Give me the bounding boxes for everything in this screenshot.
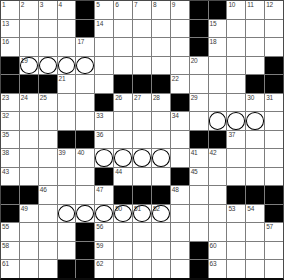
cell-r4c11[interactable] [209,75,227,93]
cell-r4c10[interactable] [190,75,208,93]
clue-number-40: 40 [77,149,84,156]
cell-r13c13[interactable] [246,242,264,260]
cell-r2c4[interactable]: 17 [76,38,94,56]
black-cell-r10c7 [133,186,151,204]
cell-r11c6[interactable]: 50 [114,205,132,223]
cell-r8c11[interactable]: 42 [209,149,227,167]
clue-number-9: 9 [172,1,175,8]
cell-r12c1[interactable] [20,223,38,241]
cell-r2c11[interactable]: 18 [209,38,227,56]
cell-r2c3[interactable] [58,38,76,56]
cell-r11c8[interactable]: 52 [152,205,170,223]
cell-r12c7[interactable] [133,223,151,241]
cell-r4c5[interactable] [95,75,113,93]
cell-r3c3[interactable] [58,57,76,75]
black-cell-r3c0 [1,57,19,75]
clue-number-31: 31 [266,94,273,101]
cell-r11c2[interactable] [39,205,57,223]
circle-marker [58,57,76,75]
clue-number-8: 8 [153,1,156,8]
cell-r3c9[interactable] [171,57,189,75]
cell-r13c0[interactable]: 58 [1,242,19,260]
cell-r5c1[interactable]: 24 [20,94,38,112]
black-cell-r11c0 [1,205,19,223]
clue-number-37: 37 [228,131,235,138]
cell-r12c8[interactable] [152,223,170,241]
cell-r6c8[interactable] [152,112,170,130]
clue-number-23: 23 [2,94,9,101]
black-cell-r4c2 [39,75,57,93]
cell-r9c4[interactable] [76,168,94,186]
cell-r12c11[interactable] [209,223,227,241]
clue-number-32: 32 [2,112,9,119]
cell-r14c6[interactable] [114,260,132,278]
cell-r5c7[interactable]: 27 [133,94,151,112]
clue-number-1: 1 [2,1,5,8]
cell-r11c10[interactable] [190,205,208,223]
cell-r1c6[interactable] [114,20,132,38]
black-cell-r7c4 [76,131,94,149]
clue-number-28: 28 [153,94,160,101]
black-cell-r9c5 [95,168,113,186]
cell-r9c6[interactable]: 44 [114,168,132,186]
cell-r5c12[interactable] [227,94,245,112]
cell-r13c8[interactable] [152,242,170,260]
clue-number-29: 29 [191,94,198,101]
cell-r9c8[interactable] [152,168,170,186]
cell-r14c12[interactable] [227,260,245,278]
clue-number-48: 48 [172,186,179,193]
cell-r1c5[interactable]: 14 [95,20,113,38]
cell-r13c1[interactable] [20,242,38,260]
clue-number-14: 14 [96,20,103,27]
clue-number-57: 57 [266,223,273,230]
black-cell-r5c9 [171,94,189,112]
black-cell-r10c8 [152,186,170,204]
circle-marker [227,112,245,130]
circle-marker [58,205,76,223]
black-cell-r10c13 [246,186,264,204]
black-cell-r13c10 [190,242,208,260]
cell-r6c11[interactable] [209,112,227,130]
clue-number-11: 11 [247,1,253,8]
clue-number-54: 54 [247,205,254,212]
black-cell-r1c10 [190,20,208,38]
cell-r0c13[interactable]: 11 [246,1,264,19]
cell-r11c7[interactable]: 51 [133,205,151,223]
cell-r14c8[interactable] [152,260,170,278]
clue-number-56: 56 [96,223,103,230]
circle-marker [95,149,113,167]
cell-r2c13[interactable] [246,38,264,56]
clue-number-21: 21 [59,75,66,82]
black-cell-r7c3 [58,131,76,149]
cell-r13c9[interactable] [171,242,189,260]
cell-r14c1[interactable] [20,260,38,278]
cell-r9c2[interactable] [39,168,57,186]
clue-number-5: 5 [96,1,99,8]
cell-r0c14[interactable]: 12 [265,1,283,19]
clue-number-4: 4 [59,1,62,8]
cell-r0c8[interactable]: 8 [152,1,170,19]
cell-r14c5[interactable]: 62 [95,260,113,278]
cell-r11c13[interactable]: 54 [246,205,264,223]
cell-r11c11[interactable] [209,205,227,223]
cell-r12c14[interactable]: 57 [265,223,283,241]
clue-number-17: 17 [77,38,84,45]
cell-r9c13[interactable] [246,168,264,186]
cell-r10c2[interactable]: 46 [39,186,57,204]
cell-r11c1[interactable]: 49 [20,205,38,223]
clue-number-41: 41 [191,149,198,156]
cell-r5c3[interactable] [58,94,76,112]
black-cell-r14c10 [190,260,208,278]
circle-marker [114,205,132,223]
clue-number-39: 39 [59,149,66,156]
circle-marker [95,205,113,223]
cell-r9c1[interactable] [20,168,38,186]
black-cell-r9c9 [171,168,189,186]
cell-r0c9[interactable]: 9 [171,1,189,19]
cell-r12c10[interactable] [190,223,208,241]
cell-r0c1[interactable]: 2 [20,1,38,19]
clue-number-30: 30 [247,94,254,101]
black-cell-r10c12 [227,186,245,204]
cell-r4c9[interactable]: 22 [171,75,189,93]
clue-number-44: 44 [115,168,122,175]
clue-number-19: 19 [21,57,28,64]
clue-number-50: 50 [115,205,122,212]
cell-r12c2[interactable] [39,223,57,241]
cell-r12c3[interactable] [58,223,76,241]
cell-r8c4[interactable]: 40 [76,149,94,167]
cell-r8c7[interactable] [133,149,151,167]
cell-r6c12[interactable] [227,112,245,130]
black-cell-r14c3 [58,260,76,278]
cell-r3c13[interactable] [246,57,264,75]
cell-r3c8[interactable] [152,57,170,75]
cell-r5c8[interactable]: 28 [152,94,170,112]
black-cell-r14c4 [76,260,94,278]
cell-r8c3[interactable]: 39 [58,149,76,167]
black-cell-r10c14 [265,186,283,204]
cell-r8c5[interactable] [95,149,113,167]
cell-r12c12[interactable] [227,223,245,241]
cell-r8c12[interactable] [227,149,245,167]
cell-r5c6[interactable]: 26 [114,94,132,112]
cell-r7c6[interactable] [114,131,132,149]
cell-r9c0[interactable]: 43 [1,168,19,186]
clue-number-16: 16 [2,38,9,45]
cell-r8c0[interactable]: 38 [1,149,19,167]
black-cell-r4c0 [1,75,19,93]
cell-r9c11[interactable] [209,168,227,186]
black-cell-r4c7 [133,75,151,93]
clue-number-2: 2 [21,1,24,8]
clue-number-3: 3 [40,1,43,8]
cell-r14c14[interactable] [265,260,283,278]
clue-number-26: 26 [115,94,122,101]
cell-r1c13[interactable] [246,20,264,38]
clue-number-27: 27 [134,94,141,101]
cell-r12c13[interactable] [246,223,264,241]
black-cell-r4c8 [152,75,170,93]
cell-r6c9[interactable]: 34 [171,112,189,130]
cell-r11c12[interactable]: 53 [227,205,245,223]
cell-r6c3[interactable] [58,112,76,130]
black-cell-r3c14 [265,57,283,75]
cell-r8c1[interactable] [20,149,38,167]
cell-r11c3[interactable] [58,205,76,223]
cell-r8c10[interactable]: 41 [190,149,208,167]
cell-r2c14[interactable] [265,38,283,56]
black-cell-r5c5 [95,94,113,112]
cell-r0c2[interactable]: 3 [39,1,57,19]
cell-r6c2[interactable] [39,112,57,130]
cell-r6c7[interactable] [133,112,151,130]
cell-r7c1[interactable] [20,131,38,149]
cell-r0c0[interactable]: 1 [1,1,19,19]
cell-r11c9[interactable] [171,205,189,223]
cell-r0c7[interactable]: 7 [133,1,151,19]
clue-number-15: 15 [210,20,217,27]
black-cell-r7c11 [209,131,227,149]
cell-r10c4[interactable] [76,186,94,204]
circle-marker [133,205,151,223]
cell-r13c5[interactable]: 59 [95,242,113,260]
circle-marker [152,205,170,223]
black-cell-r2c10 [190,38,208,56]
clue-number-20: 20 [191,57,198,64]
circle-marker [39,57,57,75]
cell-r3c5[interactable] [95,57,113,75]
black-cell-r4c1 [20,75,38,93]
clue-number-25: 25 [40,94,47,101]
circle-marker [246,112,264,130]
clue-number-12: 12 [266,1,273,8]
clue-number-47: 47 [96,186,103,193]
clue-number-61: 61 [2,260,9,267]
clue-number-36: 36 [96,131,103,138]
cell-r9c3[interactable] [58,168,76,186]
cell-r13c12[interactable] [227,242,245,260]
cell-r2c12[interactable] [227,38,245,56]
crossword-grid: 1234567891011121314151617181920212223242… [0,0,284,280]
cell-r8c8[interactable] [152,149,170,167]
cell-r10c3[interactable] [58,186,76,204]
cell-r12c6[interactable] [114,223,132,241]
cell-r14c2[interactable] [39,260,57,278]
cell-r5c4[interactable] [76,94,94,112]
clue-number-63: 63 [210,260,217,267]
cell-r6c0[interactable]: 32 [1,112,19,130]
cell-r8c9[interactable] [171,149,189,167]
cell-r12c0[interactable]: 55 [1,223,19,241]
cell-r10c9[interactable]: 48 [171,186,189,204]
cell-r6c4[interactable] [76,112,94,130]
cell-r1c2[interactable] [39,20,57,38]
cell-r2c7[interactable] [133,38,151,56]
cell-r7c7[interactable] [133,131,151,149]
cell-r3c7[interactable] [133,57,151,75]
crossword-puzzle: 1234567891011121314151617181920212223242… [0,0,284,280]
clue-number-43: 43 [2,168,9,175]
clue-number-58: 58 [2,242,9,249]
cell-r5c0[interactable]: 23 [1,94,19,112]
black-cell-r13c4 [76,242,94,260]
cell-r8c6[interactable] [114,149,132,167]
black-cell-r4c14 [265,75,283,93]
clue-number-10: 10 [228,1,235,8]
cell-r10c10[interactable] [190,186,208,204]
clue-number-45: 45 [191,168,198,175]
cell-r9c12[interactable] [227,168,245,186]
cell-r3c11[interactable] [209,57,227,75]
cell-r2c0[interactable]: 16 [1,38,19,56]
clue-number-6: 6 [115,1,118,8]
cell-r1c1[interactable] [20,20,38,38]
cell-r7c14[interactable] [265,131,283,149]
cell-r1c11[interactable]: 15 [209,20,227,38]
clue-number-18: 18 [210,38,217,45]
black-cell-r0c4 [76,1,94,19]
cell-r7c9[interactable] [171,131,189,149]
cell-r7c0[interactable]: 35 [1,131,19,149]
cell-r2c8[interactable] [152,38,170,56]
black-cell-r10c1 [20,186,38,204]
clue-number-13: 13 [2,20,9,27]
cell-r5c14[interactable]: 31 [265,94,283,112]
cell-r13c14[interactable] [265,242,283,260]
cell-r5c11[interactable] [209,94,227,112]
cell-r4c12[interactable] [227,75,245,93]
circle-marker [20,57,38,75]
clue-number-60: 60 [210,242,217,249]
cell-r11c5[interactable] [95,205,113,223]
cell-r9c10[interactable]: 45 [190,168,208,186]
circle-marker [114,149,132,167]
cell-r3c4[interactable] [76,57,94,75]
cell-r10c11[interactable] [209,186,227,204]
clue-number-62: 62 [96,260,103,267]
cell-r14c9[interactable] [171,260,189,278]
cell-r13c6[interactable] [114,242,132,260]
cell-r14c11[interactable]: 63 [209,260,227,278]
cell-r1c14[interactable] [265,20,283,38]
cell-r13c2[interactable] [39,242,57,260]
black-cell-r10c6 [114,186,132,204]
cell-r6c6[interactable] [114,112,132,130]
cell-r13c3[interactable] [58,242,76,260]
clue-number-33: 33 [96,112,103,119]
cell-r4c3[interactable]: 21 [58,75,76,93]
cell-r7c5[interactable]: 36 [95,131,113,149]
clue-number-55: 55 [2,223,9,230]
black-cell-r11c14 [265,205,283,223]
cell-r6c5[interactable]: 33 [95,112,113,130]
cell-r2c2[interactable] [39,38,57,56]
clue-number-51: 51 [134,205,141,212]
cell-r3c1[interactable]: 19 [20,57,38,75]
cell-r11c4[interactable] [76,205,94,223]
cell-r0c12[interactable]: 10 [227,1,245,19]
cell-r9c14[interactable] [265,168,283,186]
cell-r4c4[interactable] [76,75,94,93]
cell-r6c1[interactable] [20,112,38,130]
cell-r1c8[interactable] [152,20,170,38]
clue-number-53: 53 [228,205,235,212]
clue-number-24: 24 [21,94,28,101]
cell-r1c9[interactable] [171,20,189,38]
cell-r12c5[interactable]: 56 [95,223,113,241]
cell-r5c13[interactable]: 30 [246,94,264,112]
cell-r1c3[interactable] [58,20,76,38]
cell-r3c2[interactable] [39,57,57,75]
cell-r2c5[interactable] [95,38,113,56]
black-cell-r0c10 [190,1,208,19]
cell-r14c0[interactable]: 61 [1,260,19,278]
cell-r5c10[interactable]: 29 [190,94,208,112]
cell-r0c5[interactable]: 5 [95,1,113,19]
cell-r8c14[interactable] [265,149,283,167]
cell-r8c2[interactable] [39,149,57,167]
cell-r0c6[interactable]: 6 [114,1,132,19]
black-cell-r4c13 [246,75,264,93]
cell-r7c13[interactable] [246,131,264,149]
cell-r7c2[interactable] [39,131,57,149]
cell-r6c13[interactable] [246,112,264,130]
cell-r12c9[interactable] [171,223,189,241]
black-cell-r10c0 [1,186,19,204]
cell-r2c9[interactable] [171,38,189,56]
clue-number-59: 59 [96,242,103,249]
circle-marker [152,149,170,167]
cell-r9c7[interactable] [133,168,151,186]
cell-r1c7[interactable] [133,20,151,38]
cell-r7c12[interactable]: 37 [227,131,245,149]
clue-number-38: 38 [2,149,9,156]
cell-r0c3[interactable]: 4 [58,1,76,19]
cell-r3c10[interactable]: 20 [190,57,208,75]
clue-number-52: 52 [153,205,160,212]
cell-r1c0[interactable]: 13 [1,20,19,38]
cell-r6c10[interactable] [190,112,208,130]
cell-r2c1[interactable] [20,38,38,56]
clue-number-22: 22 [172,75,179,82]
cell-r6c14[interactable] [265,112,283,130]
cell-r1c12[interactable] [227,20,245,38]
cell-r14c13[interactable] [246,260,264,278]
circle-marker [133,149,151,167]
cell-r7c8[interactable] [152,131,170,149]
cell-r5c2[interactable]: 25 [39,94,57,112]
clue-number-7: 7 [134,1,137,8]
black-cell-r0c11 [209,1,227,19]
cell-r10c5[interactable]: 47 [95,186,113,204]
circle-marker [209,112,227,130]
cell-r8c13[interactable] [246,149,264,167]
cell-r13c11[interactable]: 60 [209,242,227,260]
black-cell-r1c4 [76,20,94,38]
cell-r3c6[interactable] [114,57,132,75]
cell-r2c6[interactable] [114,38,132,56]
cell-r3c12[interactable] [227,57,245,75]
circle-marker [76,205,94,223]
circle-marker [76,57,94,75]
cell-r13c7[interactable] [133,242,151,260]
black-cell-r12c4 [76,223,94,241]
cell-r14c7[interactable] [133,260,151,278]
